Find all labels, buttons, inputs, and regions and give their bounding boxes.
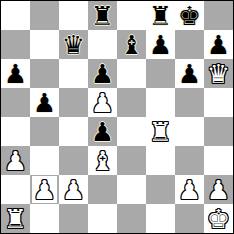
- piece-white-pawn: ♟: [62, 177, 85, 203]
- square-a1[interactable]: ♜: [1, 204, 30, 233]
- square-a5[interactable]: [1, 88, 30, 117]
- square-h6[interactable]: ♛: [204, 59, 233, 88]
- piece-white-king: ♚: [207, 206, 230, 232]
- square-f7[interactable]: ♟: [146, 30, 175, 59]
- square-g6[interactable]: ♟: [175, 59, 204, 88]
- piece-black-pawn: ♟: [91, 61, 114, 87]
- square-e2[interactable]: [117, 175, 146, 204]
- square-e4[interactable]: [117, 117, 146, 146]
- square-a6[interactable]: ♟: [1, 59, 30, 88]
- square-d8[interactable]: ♜: [88, 1, 117, 30]
- square-g3[interactable]: [175, 146, 204, 175]
- piece-white-pawn: ♟: [91, 90, 114, 116]
- piece-black-rook: ♜: [91, 3, 114, 29]
- square-c2[interactable]: ♟: [59, 175, 88, 204]
- square-b7[interactable]: [30, 30, 59, 59]
- piece-white-rook: ♜: [149, 119, 172, 145]
- square-h8[interactable]: [204, 1, 233, 30]
- square-e1[interactable]: [117, 204, 146, 233]
- square-c8[interactable]: [59, 1, 88, 30]
- square-e5[interactable]: [117, 88, 146, 117]
- square-b6[interactable]: [30, 59, 59, 88]
- piece-sprite-white-box: ♟: [32, 176, 57, 203]
- piece-white-bishop: ♝: [91, 148, 114, 174]
- square-a3[interactable]: ♟: [1, 146, 30, 175]
- square-b5[interactable]: ♟: [30, 88, 59, 117]
- square-f2[interactable]: [146, 175, 175, 204]
- square-g2[interactable]: ♟: [175, 175, 204, 204]
- square-g4[interactable]: [175, 117, 204, 146]
- square-c5[interactable]: [59, 88, 88, 117]
- square-b2[interactable]: ♟: [30, 175, 59, 204]
- square-b1[interactable]: [30, 204, 59, 233]
- square-d5[interactable]: ♟: [88, 88, 117, 117]
- square-d6[interactable]: ♟: [88, 59, 117, 88]
- square-g5[interactable]: [175, 88, 204, 117]
- square-c4[interactable]: [59, 117, 88, 146]
- square-h7[interactable]: ♟: [204, 30, 233, 59]
- square-f6[interactable]: [146, 59, 175, 88]
- square-c3[interactable]: [59, 146, 88, 175]
- square-e7[interactable]: ♝: [117, 30, 146, 59]
- square-g8[interactable]: ♚: [175, 1, 204, 30]
- square-h5[interactable]: [204, 88, 233, 117]
- piece-black-pawn: ♟: [178, 61, 201, 87]
- square-c7[interactable]: ♛: [59, 30, 88, 59]
- square-f5[interactable]: [146, 88, 175, 117]
- piece-black-pawn: ♟: [207, 32, 230, 58]
- square-d1[interactable]: [88, 204, 117, 233]
- square-b8[interactable]: [30, 1, 59, 30]
- square-e8[interactable]: [117, 1, 146, 30]
- piece-black-bishop: ♝: [120, 32, 143, 58]
- piece-white-pawn: ♟: [178, 177, 201, 203]
- square-d4[interactable]: ♟: [88, 117, 117, 146]
- square-h2[interactable]: ♟: [204, 175, 233, 204]
- square-d2[interactable]: [88, 175, 117, 204]
- square-a7[interactable]: [1, 30, 30, 59]
- square-c1[interactable]: [59, 204, 88, 233]
- square-a4[interactable]: [1, 117, 30, 146]
- square-f3[interactable]: [146, 146, 175, 175]
- piece-black-pawn: ♟: [91, 119, 114, 145]
- square-f4[interactable]: ♜: [146, 117, 175, 146]
- square-e6[interactable]: [117, 59, 146, 88]
- piece-white-pawn: ♟: [4, 148, 27, 174]
- square-d3[interactable]: ♝: [88, 146, 117, 175]
- piece-black-rook: ♜: [149, 3, 172, 29]
- square-g1[interactable]: [175, 204, 204, 233]
- square-b4[interactable]: [30, 117, 59, 146]
- square-e3[interactable]: [117, 146, 146, 175]
- piece-black-pawn: ♟: [4, 61, 27, 87]
- chess-board: ♜♜♚♛♝♟♟♟♟♟♛♟♟♟♜♟♝♟♟♟♟♜♚: [0, 0, 234, 234]
- piece-black-queen: ♛: [62, 32, 85, 58]
- square-h4[interactable]: [204, 117, 233, 146]
- square-g7[interactable]: [175, 30, 204, 59]
- piece-white-rook: ♜: [4, 206, 27, 232]
- square-a2[interactable]: [1, 175, 30, 204]
- square-h1[interactable]: ♚: [204, 204, 233, 233]
- piece-black-pawn: ♟: [149, 32, 172, 58]
- square-h3[interactable]: [204, 146, 233, 175]
- square-c6[interactable]: [59, 59, 88, 88]
- square-f8[interactable]: ♜: [146, 1, 175, 30]
- piece-white-pawn: ♟: [33, 177, 56, 203]
- square-a8[interactable]: [1, 1, 30, 30]
- piece-black-pawn: ♟: [33, 90, 56, 116]
- piece-white-queen: ♛: [207, 61, 230, 87]
- piece-white-pawn: ♟: [207, 177, 230, 203]
- piece-black-king: ♚: [178, 3, 201, 29]
- square-d7[interactable]: [88, 30, 117, 59]
- square-f1[interactable]: [146, 204, 175, 233]
- square-b3[interactable]: [30, 146, 59, 175]
